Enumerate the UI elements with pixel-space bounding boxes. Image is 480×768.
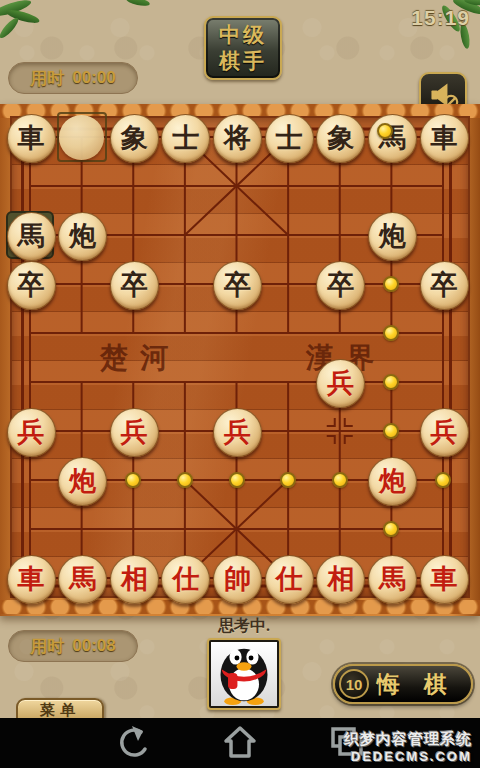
bamboo-leaf (126, 0, 151, 7)
player-timer: 用时 00:08 (8, 630, 138, 662)
screen: 15:19 中级 棋手 用时 00:00 (0, 0, 480, 768)
rank-badge-line1: 中级 (219, 22, 267, 48)
piece-black-卒[interactable]: 卒 (420, 261, 469, 310)
player-timer-label: 用时 (30, 635, 64, 658)
opponent-timer-label: 用时 (30, 67, 64, 90)
piece-red-車[interactable]: 車 (420, 555, 469, 604)
piece-black-士[interactable]: 士 (265, 114, 314, 163)
piece-black-卒[interactable]: 卒 (316, 261, 365, 310)
back-button[interactable] (122, 726, 145, 755)
qq-penguin-icon (215, 643, 273, 705)
piece-red-馬[interactable]: 馬 (368, 555, 417, 604)
piece-red-炮[interactable]: 炮 (58, 457, 107, 506)
home-icon (226, 728, 254, 756)
last-move-origin-ghost-piece (59, 115, 104, 160)
piece-black-炮[interactable]: 炮 (368, 212, 417, 261)
home-button[interactable] (226, 728, 254, 756)
watermark-line2: DEDECMS.COM (344, 749, 472, 764)
menu-button[interactable]: 菜单 (16, 698, 104, 720)
rank-badge-line2: 棋手 (219, 48, 267, 74)
move-target-dot[interactable] (280, 472, 296, 488)
player-timer-value: 00:08 (72, 636, 115, 656)
piece-black-馬[interactable]: 馬 (368, 114, 417, 163)
piece-red-相[interactable]: 相 (110, 555, 159, 604)
piece-black-象[interactable]: 象 (316, 114, 365, 163)
avatar-frame (211, 642, 277, 706)
piece-red-仕[interactable]: 仕 (265, 555, 314, 604)
piece-black-車[interactable]: 車 (420, 114, 469, 163)
piece-black-将[interactable]: 将 (213, 114, 262, 163)
piece-red-兵[interactable]: 兵 (316, 359, 365, 408)
opponent-timer-value: 00:00 (72, 68, 115, 88)
piece-black-卒[interactable]: 卒 (7, 261, 56, 310)
undo-button[interactable]: 10 悔 棋 (333, 664, 473, 704)
piece-red-相[interactable]: 相 (316, 555, 365, 604)
move-target-dot[interactable] (435, 472, 451, 488)
undo-count-badge: 10 (339, 669, 369, 699)
piece-black-卒[interactable]: 卒 (213, 261, 262, 310)
undo-button-label: 悔 棋 (377, 669, 456, 700)
piece-black-馬[interactable]: 馬 (7, 212, 56, 261)
opponent-timer: 用时 00:00 (8, 62, 138, 94)
opponent-avatar (207, 638, 281, 710)
piece-black-卒[interactable]: 卒 (110, 261, 159, 310)
piece-black-象[interactable]: 象 (110, 114, 159, 163)
watermark-line1: 织梦内容管理系统 (344, 730, 472, 749)
piece-red-帥[interactable]: 帥 (213, 555, 262, 604)
piece-red-兵[interactable]: 兵 (420, 408, 469, 457)
piece-red-仕[interactable]: 仕 (161, 555, 210, 604)
move-target-dot[interactable] (229, 472, 245, 488)
bamboo-leaf (0, 16, 21, 41)
rank-badge: 中级 棋手 (204, 16, 282, 80)
board-field (10, 116, 470, 598)
watermark: 织梦内容管理系统 DEDECMS.COM (344, 730, 472, 764)
piece-red-兵[interactable]: 兵 (213, 408, 262, 457)
piece-black-炮[interactable]: 炮 (58, 212, 107, 261)
move-target-dot[interactable] (332, 472, 348, 488)
piece-red-兵[interactable]: 兵 (7, 408, 56, 457)
piece-red-兵[interactable]: 兵 (110, 408, 159, 457)
piece-red-馬[interactable]: 馬 (58, 555, 107, 604)
piece-red-車[interactable]: 車 (7, 555, 56, 604)
piece-red-炮[interactable]: 炮 (368, 457, 417, 506)
piece-black-士[interactable]: 士 (161, 114, 210, 163)
system-clock: 15:19 (411, 6, 470, 30)
piece-black-車[interactable]: 車 (7, 114, 56, 163)
move-target-dot[interactable] (177, 472, 193, 488)
